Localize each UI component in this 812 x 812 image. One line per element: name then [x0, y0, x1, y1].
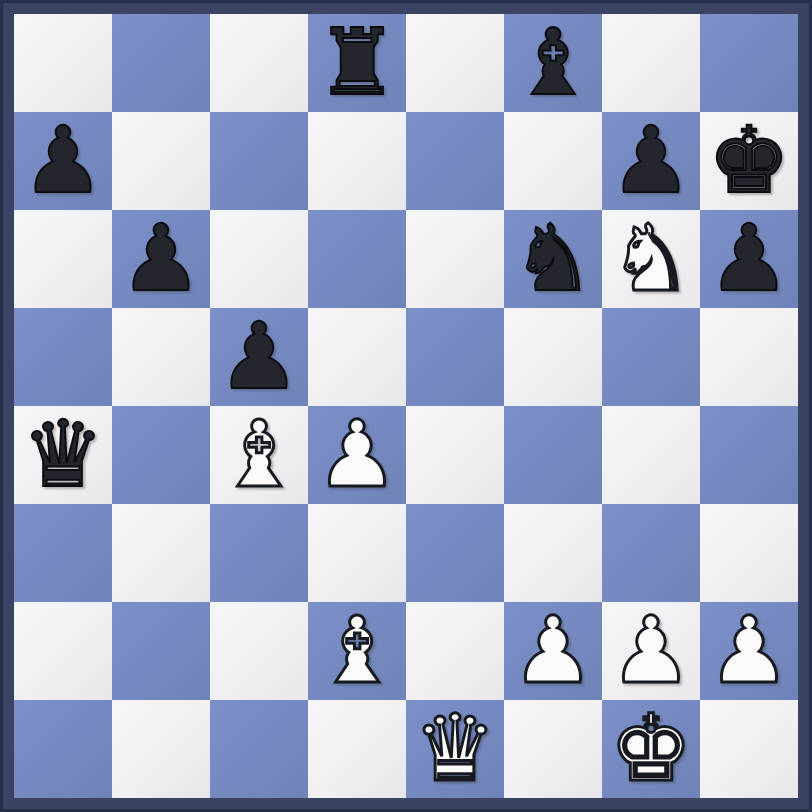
square-g5[interactable]	[602, 308, 700, 406]
square-c8[interactable]	[210, 14, 308, 112]
square-b3[interactable]	[112, 504, 210, 602]
square-c2[interactable]	[210, 602, 308, 700]
square-e3[interactable]	[406, 504, 504, 602]
square-a2[interactable]	[14, 602, 112, 700]
square-a1[interactable]	[14, 700, 112, 798]
square-h6[interactable]: ♟	[700, 210, 798, 308]
square-g6[interactable]: ♞	[602, 210, 700, 308]
piece-black-pawn[interactable]: ♟	[708, 210, 790, 308]
square-f4[interactable]	[504, 406, 602, 504]
piece-black-pawn[interactable]: ♟	[218, 308, 300, 406]
square-f6[interactable]: ♞	[504, 210, 602, 308]
square-d8[interactable]: ♜	[308, 14, 406, 112]
square-d1[interactable]	[308, 700, 406, 798]
square-b1[interactable]	[112, 700, 210, 798]
square-d7[interactable]	[308, 112, 406, 210]
square-a6[interactable]	[14, 210, 112, 308]
square-a7[interactable]: ♟	[14, 112, 112, 210]
square-d5[interactable]	[308, 308, 406, 406]
square-h5[interactable]	[700, 308, 798, 406]
square-c7[interactable]	[210, 112, 308, 210]
square-b4[interactable]	[112, 406, 210, 504]
piece-black-rook[interactable]: ♜	[316, 14, 398, 112]
piece-white-king[interactable]: ♚	[610, 700, 692, 798]
square-h3[interactable]	[700, 504, 798, 602]
square-g8[interactable]	[602, 14, 700, 112]
piece-black-bishop[interactable]: ♝	[512, 14, 594, 112]
square-d4[interactable]: ♟	[308, 406, 406, 504]
square-e2[interactable]	[406, 602, 504, 700]
square-f2[interactable]: ♟	[504, 602, 602, 700]
piece-white-pawn[interactable]: ♟	[512, 602, 594, 700]
square-a8[interactable]	[14, 14, 112, 112]
square-b8[interactable]	[112, 14, 210, 112]
square-f3[interactable]	[504, 504, 602, 602]
square-f7[interactable]	[504, 112, 602, 210]
square-e5[interactable]	[406, 308, 504, 406]
square-d2[interactable]: ♝	[308, 602, 406, 700]
square-a3[interactable]	[14, 504, 112, 602]
square-e8[interactable]	[406, 14, 504, 112]
square-e4[interactable]	[406, 406, 504, 504]
square-g4[interactable]	[602, 406, 700, 504]
square-h2[interactable]: ♟	[700, 602, 798, 700]
piece-white-queen[interactable]: ♛	[414, 700, 496, 798]
square-h8[interactable]	[700, 14, 798, 112]
square-c5[interactable]: ♟	[210, 308, 308, 406]
square-g2[interactable]: ♟	[602, 602, 700, 700]
square-c6[interactable]	[210, 210, 308, 308]
square-c3[interactable]	[210, 504, 308, 602]
piece-black-queen[interactable]: ♛	[22, 406, 104, 504]
square-f5[interactable]	[504, 308, 602, 406]
piece-black-pawn[interactable]: ♟	[120, 210, 202, 308]
square-g1[interactable]: ♚	[602, 700, 700, 798]
square-c1[interactable]	[210, 700, 308, 798]
square-a5[interactable]	[14, 308, 112, 406]
piece-white-pawn[interactable]: ♟	[708, 602, 790, 700]
square-g7[interactable]: ♟	[602, 112, 700, 210]
square-d3[interactable]	[308, 504, 406, 602]
square-h1[interactable]	[700, 700, 798, 798]
square-g3[interactable]	[602, 504, 700, 602]
square-b2[interactable]	[112, 602, 210, 700]
square-h4[interactable]	[700, 406, 798, 504]
square-e7[interactable]	[406, 112, 504, 210]
square-b5[interactable]	[112, 308, 210, 406]
piece-black-pawn[interactable]: ♟	[610, 112, 692, 210]
square-h7[interactable]: ♚	[700, 112, 798, 210]
piece-white-bishop[interactable]: ♝	[218, 406, 300, 504]
square-b7[interactable]	[112, 112, 210, 210]
chess-board: ♜♝♟♟♚♟♞♞♟♟♛♝♟♝♟♟♟♛♚	[14, 14, 798, 798]
square-d6[interactable]	[308, 210, 406, 308]
piece-white-knight[interactable]: ♞	[610, 210, 692, 308]
piece-white-pawn[interactable]: ♟	[316, 406, 398, 504]
piece-black-king[interactable]: ♚	[708, 112, 790, 210]
square-b6[interactable]: ♟	[112, 210, 210, 308]
piece-black-pawn[interactable]: ♟	[22, 112, 104, 210]
square-c4[interactable]: ♝	[210, 406, 308, 504]
piece-white-bishop[interactable]: ♝	[316, 602, 398, 700]
board-frame: ♜♝♟♟♚♟♞♞♟♟♛♝♟♝♟♟♟♛♚	[0, 0, 812, 812]
square-f8[interactable]: ♝	[504, 14, 602, 112]
square-e6[interactable]	[406, 210, 504, 308]
square-f1[interactable]	[504, 700, 602, 798]
piece-black-knight[interactable]: ♞	[512, 210, 594, 308]
square-a4[interactable]: ♛	[14, 406, 112, 504]
piece-white-pawn[interactable]: ♟	[610, 602, 692, 700]
square-e1[interactable]: ♛	[406, 700, 504, 798]
